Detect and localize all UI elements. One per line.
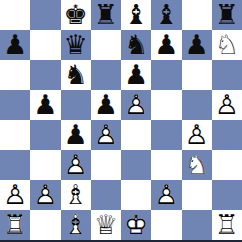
square-b8[interactable] <box>30 0 60 30</box>
black-knight-glyph: ♞ <box>121 30 151 60</box>
square-c6[interactable]: ♞ <box>61 60 91 90</box>
square-f6[interactable] <box>151 60 181 90</box>
square-f1[interactable] <box>151 210 181 240</box>
piece-black-bishop[interactable]: ♝ <box>121 0 151 30</box>
square-c8[interactable]: ♚ <box>61 0 91 30</box>
square-d5[interactable]: ♟ <box>91 90 121 120</box>
square-d7[interactable] <box>91 30 121 60</box>
piece-white-pawn[interactable]: ♟♙ <box>212 90 242 120</box>
piece-black-pawn[interactable]: ♟ <box>182 30 212 60</box>
square-d1[interactable]: ♛♕ <box>91 210 121 240</box>
square-b5[interactable]: ♟ <box>30 90 60 120</box>
square-e3[interactable] <box>121 150 151 180</box>
square-f7[interactable]: ♟ <box>151 30 181 60</box>
piece-black-king[interactable]: ♚ <box>61 0 91 30</box>
square-d4[interactable]: ♟♙ <box>91 120 121 150</box>
square-h6[interactable] <box>212 60 242 90</box>
black-queen-glyph: ♛ <box>61 30 91 60</box>
piece-black-pawn[interactable]: ♟ <box>30 90 60 120</box>
square-e6[interactable]: ♟ <box>121 60 151 90</box>
square-e2[interactable] <box>121 180 151 210</box>
square-h4[interactable] <box>212 120 242 150</box>
piece-black-pawn[interactable]: ♟ <box>0 30 30 60</box>
black-pawn-glyph: ♟ <box>182 30 212 60</box>
square-h7[interactable]: ♞♘ <box>212 30 242 60</box>
square-d3[interactable] <box>91 150 121 180</box>
white-pawn-outline-glyph: ♙ <box>61 150 91 180</box>
white-pawn-outline-glyph: ♙ <box>91 120 121 150</box>
black-king-glyph: ♚ <box>61 0 91 30</box>
square-c5[interactable] <box>61 90 91 120</box>
black-pawn-glyph: ♟ <box>30 90 60 120</box>
square-c2[interactable]: ♝♗ <box>61 180 91 210</box>
square-f5[interactable] <box>151 90 181 120</box>
white-knight-outline-glyph: ♘ <box>182 150 212 180</box>
piece-black-pawn[interactable]: ♟ <box>61 120 91 150</box>
white-knight-outline-glyph: ♘ <box>212 30 242 60</box>
square-c1[interactable]: ♝♗ <box>61 210 91 240</box>
square-e7[interactable]: ♞ <box>121 30 151 60</box>
black-pawn-glyph: ♟ <box>0 30 30 60</box>
square-h1[interactable]: ♜♖ <box>212 210 242 240</box>
chess-board: ♚♜♝♝♜♟♛♞♟♟♞♘♞♟♟♟♟♙♟♙♟♟♙♟♙♟♙♞♘♟♙♟♙♝♗♟♙♜♖♝… <box>0 0 242 242</box>
square-a6[interactable] <box>0 60 30 90</box>
square-e4[interactable] <box>121 120 151 150</box>
square-c7[interactable]: ♛ <box>61 30 91 60</box>
black-bishop-glyph: ♝ <box>151 0 181 30</box>
square-c4[interactable]: ♟ <box>61 120 91 150</box>
piece-white-pawn[interactable]: ♟♙ <box>182 120 212 150</box>
square-a7[interactable]: ♟ <box>0 30 30 60</box>
piece-white-knight[interactable]: ♞♘ <box>182 150 212 180</box>
square-f4[interactable] <box>151 120 181 150</box>
square-g3[interactable]: ♞♘ <box>182 150 212 180</box>
square-g4[interactable]: ♟♙ <box>182 120 212 150</box>
square-h5[interactable]: ♟♙ <box>212 90 242 120</box>
square-e8[interactable]: ♝ <box>121 0 151 30</box>
black-pawn-glyph: ♟ <box>61 120 91 150</box>
piece-white-pawn[interactable]: ♟♙ <box>0 180 30 210</box>
square-b2[interactable]: ♟♙ <box>30 180 60 210</box>
square-h3[interactable] <box>212 150 242 180</box>
piece-white-rook[interactable]: ♜♖ <box>212 210 242 240</box>
white-pawn-outline-glyph: ♙ <box>151 180 181 210</box>
piece-black-knight[interactable]: ♞ <box>121 30 151 60</box>
square-b3[interactable] <box>30 150 60 180</box>
black-bishop-glyph: ♝ <box>121 0 151 30</box>
white-king-outline-glyph: ♔ <box>121 210 151 240</box>
square-d8[interactable]: ♜ <box>91 0 121 30</box>
black-rook-glyph: ♜ <box>91 0 121 30</box>
piece-black-bishop[interactable]: ♝ <box>151 0 181 30</box>
white-rook-outline-glyph: ♖ <box>212 210 242 240</box>
piece-black-pawn[interactable]: ♟ <box>151 30 181 60</box>
piece-white-king[interactable]: ♚♔ <box>121 210 151 240</box>
piece-white-bishop[interactable]: ♝♗ <box>61 180 91 210</box>
piece-white-pawn[interactable]: ♟♙ <box>91 120 121 150</box>
piece-white-pawn[interactable]: ♟♙ <box>121 90 151 120</box>
piece-black-queen[interactable]: ♛ <box>61 30 91 60</box>
piece-white-pawn[interactable]: ♟♙ <box>151 180 181 210</box>
square-d6[interactable] <box>91 60 121 90</box>
white-pawn-outline-glyph: ♙ <box>30 180 60 210</box>
square-g7[interactable]: ♟ <box>182 30 212 60</box>
square-b7[interactable] <box>30 30 60 60</box>
square-g6[interactable] <box>182 60 212 90</box>
square-b4[interactable] <box>30 120 60 150</box>
black-rook-glyph: ♜ <box>212 0 242 30</box>
square-a5[interactable] <box>0 90 30 120</box>
square-b1[interactable] <box>30 210 60 240</box>
white-pawn-outline-glyph: ♙ <box>0 180 30 210</box>
piece-black-knight[interactable]: ♞ <box>61 60 91 90</box>
piece-white-pawn[interactable]: ♟♙ <box>30 180 60 210</box>
piece-black-pawn[interactable]: ♟ <box>121 60 151 90</box>
square-a2[interactable]: ♟♙ <box>0 180 30 210</box>
white-bishop-outline-glyph: ♗ <box>61 210 91 240</box>
square-a3[interactable] <box>0 150 30 180</box>
square-g1[interactable] <box>182 210 212 240</box>
piece-black-pawn[interactable]: ♟ <box>91 90 121 120</box>
square-g2[interactable] <box>182 180 212 210</box>
black-pawn-glyph: ♟ <box>121 60 151 90</box>
white-pawn-outline-glyph: ♙ <box>121 90 151 120</box>
piece-white-rook[interactable]: ♜♖ <box>0 210 30 240</box>
square-a8[interactable] <box>0 0 30 30</box>
square-a1[interactable]: ♜♖ <box>0 210 30 240</box>
piece-white-bishop[interactable]: ♝♗ <box>61 210 91 240</box>
square-h8[interactable]: ♜ <box>212 0 242 30</box>
square-e1[interactable]: ♚♔ <box>121 210 151 240</box>
square-f3[interactable] <box>151 150 181 180</box>
square-e5[interactable]: ♟♙ <box>121 90 151 120</box>
square-f2[interactable]: ♟♙ <box>151 180 181 210</box>
square-c3[interactable]: ♟♙ <box>61 150 91 180</box>
black-pawn-glyph: ♟ <box>151 30 181 60</box>
black-knight-glyph: ♞ <box>61 60 91 90</box>
white-rook-outline-glyph: ♖ <box>0 210 30 240</box>
piece-white-knight[interactable]: ♞♘ <box>212 30 242 60</box>
white-queen-outline-glyph: ♕ <box>91 210 121 240</box>
piece-white-queen[interactable]: ♛♕ <box>91 210 121 240</box>
square-a4[interactable] <box>0 120 30 150</box>
piece-black-rook[interactable]: ♜ <box>91 0 121 30</box>
square-f8[interactable]: ♝ <box>151 0 181 30</box>
white-bishop-outline-glyph: ♗ <box>61 180 91 210</box>
square-h2[interactable] <box>212 180 242 210</box>
square-g8[interactable] <box>182 0 212 30</box>
black-pawn-glyph: ♟ <box>91 90 121 120</box>
square-d2[interactable] <box>91 180 121 210</box>
piece-white-pawn[interactable]: ♟♙ <box>61 150 91 180</box>
piece-black-rook[interactable]: ♜ <box>212 0 242 30</box>
square-g5[interactable] <box>182 90 212 120</box>
white-pawn-outline-glyph: ♙ <box>182 120 212 150</box>
white-pawn-outline-glyph: ♙ <box>212 90 242 120</box>
square-b6[interactable] <box>30 60 60 90</box>
